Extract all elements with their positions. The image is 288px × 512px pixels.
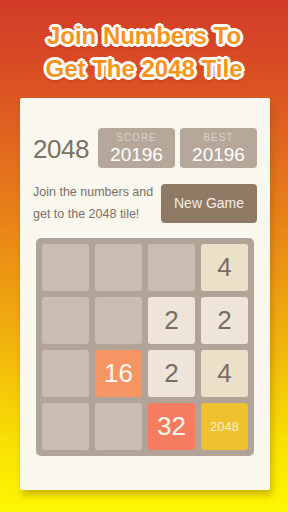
score-box: SCORE 20196 — [98, 128, 175, 168]
banner-line-1: Join Numbers To — [0, 19, 288, 52]
tile-4: 4 — [201, 244, 248, 291]
empty-cell — [42, 297, 89, 344]
empty-cell — [42, 350, 89, 397]
empty-cell — [95, 403, 142, 450]
tile-2048: 2048 — [201, 403, 248, 450]
promo-banner: Join Numbers To Get The 2048 Tile — [0, 0, 288, 85]
new-game-button[interactable]: New Game — [161, 184, 257, 223]
best-box: BEST 20196 — [180, 128, 257, 168]
empty-cell — [95, 297, 142, 344]
empty-cell — [95, 244, 142, 291]
tile-32: 32 — [148, 403, 195, 450]
tile-2: 2 — [201, 297, 248, 344]
app-title: 2048 — [33, 128, 93, 168]
tile-4: 4 — [201, 350, 248, 397]
banner-line-2: Get The 2048 Tile — [0, 52, 288, 85]
game-header: 2048 SCORE 20196 BEST 20196 — [33, 128, 257, 168]
score-label: SCORE — [98, 132, 175, 144]
empty-cell — [42, 403, 89, 450]
best-label: BEST — [180, 132, 257, 144]
tile-2: 2 — [148, 350, 195, 397]
game-subheader: Join the numbers and get to the 2048 til… — [33, 183, 257, 223]
tile-16: 16 — [95, 350, 142, 397]
game-board[interactable]: 4221624322048 — [36, 238, 254, 456]
game-card: 2048 SCORE 20196 BEST 20196 Join the num… — [20, 98, 270, 490]
intro-line-2: get to the 2048 tile! — [33, 207, 139, 221]
app-screen: Join Numbers To Get The 2048 Tile 2048 S… — [0, 0, 288, 512]
empty-cell — [148, 244, 195, 291]
best-value: 20196 — [180, 144, 257, 166]
tile-2: 2 — [148, 297, 195, 344]
intro-line-1: Join the numbers and — [33, 185, 153, 199]
empty-cell — [42, 244, 89, 291]
intro-text: Join the numbers and get to the 2048 til… — [33, 181, 161, 225]
score-value: 20196 — [98, 144, 175, 166]
